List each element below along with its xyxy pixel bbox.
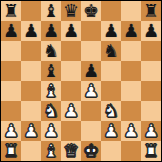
white-rook[interactable]: ♜ [3,141,19,161]
white-pawn[interactable]: ♟ [103,121,119,141]
square-h6[interactable] [141,41,161,61]
white-pawn[interactable]: ♟ [43,121,59,141]
square-b5[interactable] [21,61,41,81]
white-pawn[interactable]: ♟ [23,121,39,141]
white-queen[interactable]: ♛ [63,141,79,161]
white-pawn[interactable]: ♟ [63,101,79,121]
black-rook[interactable]: ♜ [143,1,159,21]
black-pawn[interactable]: ♟ [103,21,119,41]
white-knight[interactable]: ♞ [43,101,59,121]
square-h1[interactable]: ♜ [141,141,161,161]
square-d8[interactable]: ♛ [61,1,81,21]
square-b2[interactable]: ♟ [21,121,41,141]
square-c4[interactable]: ♝ [41,81,61,101]
square-f8[interactable] [101,1,121,21]
square-g3[interactable] [121,101,141,121]
white-pawn[interactable]: ♟ [3,121,19,141]
square-h5[interactable] [141,61,161,81]
square-h3[interactable] [141,101,161,121]
square-c3[interactable]: ♞ [41,101,61,121]
square-g4[interactable] [121,81,141,101]
white-rook[interactable]: ♜ [143,141,159,161]
black-rook[interactable]: ♜ [3,1,19,21]
square-c5[interactable]: ♝ [41,61,61,81]
square-a7[interactable]: ♟ [1,21,21,41]
chess-board: ♜♝♛♚♜♟♟♟♟♟♟♟♞♞♝♟♝♟♞♟♞♟♟♟♟♟♟♜♝♛♚♜ [1,1,161,161]
square-e2[interactable] [81,121,101,141]
square-d4[interactable] [61,81,81,101]
square-c8[interactable]: ♝ [41,1,61,21]
square-g8[interactable] [121,1,141,21]
square-g5[interactable] [121,61,141,81]
square-b8[interactable] [21,1,41,21]
square-f3[interactable]: ♞ [101,101,121,121]
square-a5[interactable] [1,61,21,81]
black-bishop[interactable]: ♝ [43,1,59,21]
square-e6[interactable] [81,41,101,61]
white-pawn[interactable]: ♟ [123,121,139,141]
black-queen[interactable]: ♛ [63,1,79,21]
black-pawn[interactable]: ♟ [23,21,39,41]
square-g7[interactable]: ♟ [121,21,141,41]
square-g1[interactable] [121,141,141,161]
square-b4[interactable] [21,81,41,101]
black-knight[interactable]: ♞ [103,41,119,61]
square-e5[interactable]: ♟ [81,61,101,81]
square-c6[interactable]: ♞ [41,41,61,61]
black-pawn[interactable]: ♟ [143,21,159,41]
black-bishop[interactable]: ♝ [43,61,59,81]
square-b1[interactable] [21,141,41,161]
black-king[interactable]: ♚ [83,1,99,21]
square-d1[interactable]: ♛ [61,141,81,161]
square-e1[interactable]: ♚ [81,141,101,161]
square-a6[interactable] [1,41,21,61]
black-pawn[interactable]: ♟ [63,21,79,41]
white-bishop[interactable]: ♝ [43,141,59,161]
white-pawn[interactable]: ♟ [83,81,99,101]
square-d6[interactable] [61,41,81,61]
square-e8[interactable]: ♚ [81,1,101,21]
square-f6[interactable]: ♞ [101,41,121,61]
black-pawn[interactable]: ♟ [83,61,99,81]
square-f4[interactable] [101,81,121,101]
black-pawn[interactable]: ♟ [3,21,19,41]
square-f5[interactable] [101,61,121,81]
square-a8[interactable]: ♜ [1,1,21,21]
black-pawn[interactable]: ♟ [43,21,59,41]
square-h2[interactable]: ♟ [141,121,161,141]
square-a2[interactable]: ♟ [1,121,21,141]
square-d2[interactable] [61,121,81,141]
square-a3[interactable] [1,101,21,121]
square-g2[interactable]: ♟ [121,121,141,141]
square-f1[interactable] [101,141,121,161]
square-e3[interactable] [81,101,101,121]
square-d5[interactable] [61,61,81,81]
white-knight[interactable]: ♞ [103,101,119,121]
chess-board-frame: ♜♝♛♚♜♟♟♟♟♟♟♟♞♞♝♟♝♟♞♟♞♟♟♟♟♟♟♜♝♛♚♜ [0,0,162,162]
square-b7[interactable]: ♟ [21,21,41,41]
square-e4[interactable]: ♟ [81,81,101,101]
square-c7[interactable]: ♟ [41,21,61,41]
square-h7[interactable]: ♟ [141,21,161,41]
square-d3[interactable]: ♟ [61,101,81,121]
square-f2[interactable]: ♟ [101,121,121,141]
square-h4[interactable] [141,81,161,101]
white-pawn[interactable]: ♟ [143,121,159,141]
white-king[interactable]: ♚ [83,141,99,161]
square-c2[interactable]: ♟ [41,121,61,141]
square-f7[interactable]: ♟ [101,21,121,41]
black-pawn[interactable]: ♟ [123,21,139,41]
square-d7[interactable]: ♟ [61,21,81,41]
black-knight[interactable]: ♞ [43,41,59,61]
square-g6[interactable] [121,41,141,61]
square-b6[interactable] [21,41,41,61]
square-b3[interactable] [21,101,41,121]
square-a4[interactable] [1,81,21,101]
square-a1[interactable]: ♜ [1,141,21,161]
white-bishop[interactable]: ♝ [43,81,59,101]
square-h8[interactable]: ♜ [141,1,161,21]
square-c1[interactable]: ♝ [41,141,61,161]
square-e7[interactable] [81,21,101,41]
